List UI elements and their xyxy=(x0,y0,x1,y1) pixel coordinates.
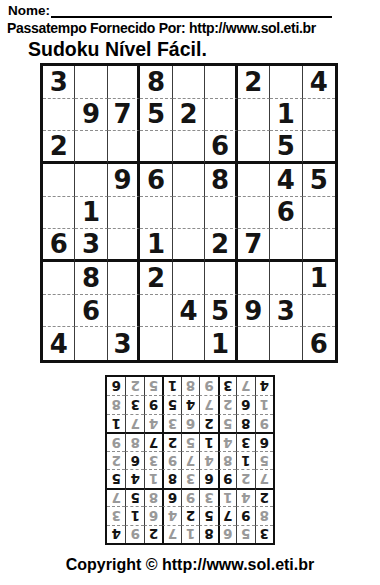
answer-cell-r1c8: 9 xyxy=(125,525,143,543)
puzzle-cell-r8c9 xyxy=(303,295,335,328)
name-row: Nome: xyxy=(8,3,332,18)
puzzle-cell-r5c6 xyxy=(205,197,237,230)
puzzle-cell-r1c5 xyxy=(173,66,205,99)
puzzle-cell-r7c5 xyxy=(173,262,205,295)
sudoku-puzzle-grid: 382497521265968451663127821645934316 xyxy=(40,63,338,363)
answer-cell-r1c6: 7 xyxy=(162,525,180,543)
answer-cell-r6c4: 1 xyxy=(199,432,217,450)
puzzle-cell-r2c2: 9 xyxy=(75,99,107,132)
answer-cell-r3c9: 7 xyxy=(107,488,125,506)
puzzle-cell-r4c5 xyxy=(173,164,205,197)
sudoku-worksheet-page: Nome: Passatempo Fornecido Por: http://w… xyxy=(0,0,380,585)
answer-cell-r6c2: 3 xyxy=(236,432,254,450)
puzzle-cell-r9c8 xyxy=(270,327,302,360)
puzzle-cell-r8c5: 4 xyxy=(173,295,205,328)
answer-cell-r5c8: 6 xyxy=(125,451,143,469)
puzzle-cell-r3c5 xyxy=(173,131,205,164)
answer-cell-r1c7: 2 xyxy=(144,525,162,543)
answer-cell-r2c1: 8 xyxy=(255,506,273,524)
puzzle-cell-r8c3 xyxy=(108,295,140,328)
puzzle-cell-r3c6: 6 xyxy=(205,131,237,164)
answer-cell-r5c1: 5 xyxy=(255,451,273,469)
puzzle-cell-r4c7 xyxy=(238,164,270,197)
answer-cell-r6c3: 4 xyxy=(218,432,236,450)
puzzle-cell-r7c4: 2 xyxy=(140,262,172,295)
puzzle-cell-r6c1: 6 xyxy=(43,229,75,262)
puzzle-cell-r9c5 xyxy=(173,327,205,360)
answer-cell-r3c4: 3 xyxy=(199,488,217,506)
answer-cell-r4c5: 3 xyxy=(181,469,199,487)
puzzle-cell-r6c7: 7 xyxy=(238,229,270,262)
name-label: Nome: xyxy=(8,3,50,18)
puzzle-cell-r7c6 xyxy=(205,262,237,295)
puzzle-cell-r2c8: 1 xyxy=(270,99,302,132)
answer-cell-r7c8: 7 xyxy=(125,414,143,432)
answer-cell-r8c4: 7 xyxy=(199,395,217,413)
answer-cell-r7c3: 5 xyxy=(218,414,236,432)
answer-cell-r5c2: 1 xyxy=(236,451,254,469)
puzzle-cell-r4c1 xyxy=(43,164,75,197)
answer-cell-r9c1: 4 xyxy=(255,377,273,395)
puzzle-cell-r6c5 xyxy=(173,229,205,262)
answer-cell-r6c8: 8 xyxy=(125,432,143,450)
puzzle-cell-r8c6: 5 xyxy=(205,295,237,328)
answer-cell-r8c9: 8 xyxy=(107,395,125,413)
puzzle-cell-r2c7 xyxy=(238,99,270,132)
answer-cell-r7c1: 9 xyxy=(255,414,273,432)
answer-cell-r7c9: 1 xyxy=(107,414,125,432)
puzzle-cell-r3c2 xyxy=(75,131,107,164)
answer-cell-r6c5: 5 xyxy=(181,432,199,450)
answer-cell-r1c9: 4 xyxy=(107,525,125,543)
puzzle-cell-r1c7: 2 xyxy=(238,66,270,99)
answer-cell-r1c5: 1 xyxy=(181,525,199,543)
puzzle-cell-r8c2: 6 xyxy=(75,295,107,328)
answer-cell-r1c3: 6 xyxy=(218,525,236,543)
answer-cell-r2c3: 7 xyxy=(218,506,236,524)
puzzle-cell-r7c9: 1 xyxy=(303,262,335,295)
answer-cell-r7c4: 2 xyxy=(199,414,217,432)
answer-cell-r4c7: 1 xyxy=(144,469,162,487)
puzzle-cell-r9c2 xyxy=(75,327,107,360)
answer-cell-r9c7: 5 xyxy=(144,377,162,395)
answer-cell-r5c9: 2 xyxy=(107,451,125,469)
answer-cell-r6c6: 2 xyxy=(162,432,180,450)
copyright-line: Copyright © http://www.sol.eti.br xyxy=(0,556,380,574)
puzzle-cell-r9c9: 6 xyxy=(303,327,335,360)
puzzle-cell-r6c9 xyxy=(303,229,335,262)
answer-cell-r3c6: 6 xyxy=(162,488,180,506)
answer-cell-r2c5: 2 xyxy=(181,506,199,524)
puzzle-cell-r1c6 xyxy=(205,66,237,99)
puzzle-cell-r8c4 xyxy=(140,295,172,328)
puzzle-cell-r5c5 xyxy=(173,197,205,230)
answer-cell-r3c1: 2 xyxy=(255,488,273,506)
answer-cell-r5c4: 4 xyxy=(199,451,217,469)
puzzle-cell-r3c7 xyxy=(238,131,270,164)
puzzle-cell-r8c8: 3 xyxy=(270,295,302,328)
answer-cell-r2c6: 4 xyxy=(162,506,180,524)
answer-cell-r3c8: 5 xyxy=(125,488,143,506)
puzzle-cell-r9c4 xyxy=(140,327,172,360)
answer-cell-r9c2: 7 xyxy=(236,377,254,395)
answer-cell-r8c2: 6 xyxy=(236,395,254,413)
sudoku-answer-grid-rotated: 3568172948975246132413968577296381455184… xyxy=(105,375,275,545)
puzzle-cell-r4c2 xyxy=(75,164,107,197)
answer-cell-r2c2: 9 xyxy=(236,506,254,524)
puzzle-cell-r6c8 xyxy=(270,229,302,262)
puzzle-cell-r1c3 xyxy=(108,66,140,99)
puzzle-cell-r3c3 xyxy=(108,131,140,164)
answer-cell-r2c4: 5 xyxy=(199,506,217,524)
answer-cell-r2c8: 1 xyxy=(125,506,143,524)
puzzle-cell-r1c2 xyxy=(75,66,107,99)
puzzle-cell-r4c4: 6 xyxy=(140,164,172,197)
puzzle-cell-r2c4: 5 xyxy=(140,99,172,132)
answer-cell-r4c3: 9 xyxy=(218,469,236,487)
puzzle-cell-r2c6 xyxy=(205,99,237,132)
puzzle-cell-r7c1 xyxy=(43,262,75,295)
puzzle-cell-r8c1 xyxy=(43,295,75,328)
answer-cell-r8c5: 4 xyxy=(181,395,199,413)
answer-cell-r9c3: 3 xyxy=(218,377,236,395)
answer-cell-r7c2: 8 xyxy=(236,414,254,432)
puzzle-cell-r5c9 xyxy=(303,197,335,230)
name-blank-line xyxy=(51,3,332,18)
answer-cell-r7c6: 3 xyxy=(162,414,180,432)
puzzle-cell-r1c8 xyxy=(270,66,302,99)
answer-cell-r7c7: 4 xyxy=(144,414,162,432)
answer-cell-r2c9: 3 xyxy=(107,506,125,524)
answer-cell-r1c4: 8 xyxy=(199,525,217,543)
answer-cell-r5c3: 8 xyxy=(218,451,236,469)
answer-cell-r9c6: 1 xyxy=(162,377,180,395)
answer-cell-r8c8: 3 xyxy=(125,395,143,413)
puzzle-cell-r3c4 xyxy=(140,131,172,164)
answer-cell-r6c7: 7 xyxy=(144,432,162,450)
puzzle-cell-r2c9 xyxy=(303,99,335,132)
puzzle-cell-r1c1: 3 xyxy=(43,66,75,99)
answer-cell-r4c4: 6 xyxy=(199,469,217,487)
puzzle-cell-r7c2: 8 xyxy=(75,262,107,295)
puzzle-cell-r1c4: 8 xyxy=(140,66,172,99)
puzzle-cell-r8c7: 9 xyxy=(238,295,270,328)
puzzle-cell-r5c2: 1 xyxy=(75,197,107,230)
puzzle-cell-r6c3 xyxy=(108,229,140,262)
puzzle-cell-r5c8: 6 xyxy=(270,197,302,230)
puzzle-cell-r5c3 xyxy=(108,197,140,230)
puzzle-cell-r5c7 xyxy=(238,197,270,230)
puzzle-cell-r3c9 xyxy=(303,131,335,164)
answer-cell-r3c7: 8 xyxy=(144,488,162,506)
puzzle-cell-r6c4: 1 xyxy=(140,229,172,262)
puzzle-cell-r5c1 xyxy=(43,197,75,230)
puzzle-cell-r2c5: 2 xyxy=(173,99,205,132)
answer-cell-r9c4: 9 xyxy=(199,377,217,395)
answer-cell-r9c5: 8 xyxy=(181,377,199,395)
puzzle-cell-r4c6: 8 xyxy=(205,164,237,197)
puzzle-cell-r4c9: 5 xyxy=(303,164,335,197)
answer-cell-r8c1: 1 xyxy=(255,395,273,413)
puzzle-cell-r2c3: 7 xyxy=(108,99,140,132)
answer-cell-r1c2: 5 xyxy=(236,525,254,543)
answer-cell-r4c6: 8 xyxy=(162,469,180,487)
answer-cell-r6c9: 9 xyxy=(107,432,125,450)
puzzle-cell-r3c1: 2 xyxy=(43,131,75,164)
answer-cell-r8c7: 9 xyxy=(144,395,162,413)
puzzle-cell-r9c7 xyxy=(238,327,270,360)
answer-cell-r3c2: 4 xyxy=(236,488,254,506)
puzzle-cell-r4c3: 9 xyxy=(108,164,140,197)
answer-cell-r4c8: 4 xyxy=(125,469,143,487)
answer-cell-r5c7: 3 xyxy=(144,451,162,469)
answer-cell-r4c1: 7 xyxy=(255,469,273,487)
puzzle-cell-r6c2: 3 xyxy=(75,229,107,262)
answer-cell-r8c3: 2 xyxy=(218,395,236,413)
puzzle-cell-r6c6: 2 xyxy=(205,229,237,262)
puzzle-cell-r3c8: 5 xyxy=(270,131,302,164)
answer-cell-r3c3: 1 xyxy=(218,488,236,506)
puzzle-cell-r9c6: 1 xyxy=(205,327,237,360)
answer-cell-r9c8: 2 xyxy=(125,377,143,395)
provider-line: Passatempo Fornecido Por: http://www.sol… xyxy=(7,20,316,36)
page-title: Sudoku Nível Fácil. xyxy=(28,38,207,61)
answer-cell-r4c9: 5 xyxy=(107,469,125,487)
puzzle-cell-r2c1 xyxy=(43,99,75,132)
answer-cell-r5c5: 7 xyxy=(181,451,199,469)
answer-cell-r6c1: 6 xyxy=(255,432,273,450)
puzzle-cell-r9c1: 4 xyxy=(43,327,75,360)
puzzle-cell-r4c8: 4 xyxy=(270,164,302,197)
answer-cell-r5c6: 9 xyxy=(162,451,180,469)
answer-cell-r1c1: 3 xyxy=(255,525,273,543)
puzzle-cell-r7c7 xyxy=(238,262,270,295)
answer-cell-r3c5: 9 xyxy=(181,488,199,506)
puzzle-cell-r1c9: 4 xyxy=(303,66,335,99)
puzzle-cell-r5c4 xyxy=(140,197,172,230)
answer-cell-r2c7: 6 xyxy=(144,506,162,524)
answer-cell-r4c2: 2 xyxy=(236,469,254,487)
puzzle-cell-r7c8 xyxy=(270,262,302,295)
answer-cell-r7c5: 6 xyxy=(181,414,199,432)
answer-cell-r8c6: 5 xyxy=(162,395,180,413)
puzzle-cell-r7c3 xyxy=(108,262,140,295)
answer-cell-r9c9: 6 xyxy=(107,377,125,395)
puzzle-cell-r9c3: 3 xyxy=(108,327,140,360)
